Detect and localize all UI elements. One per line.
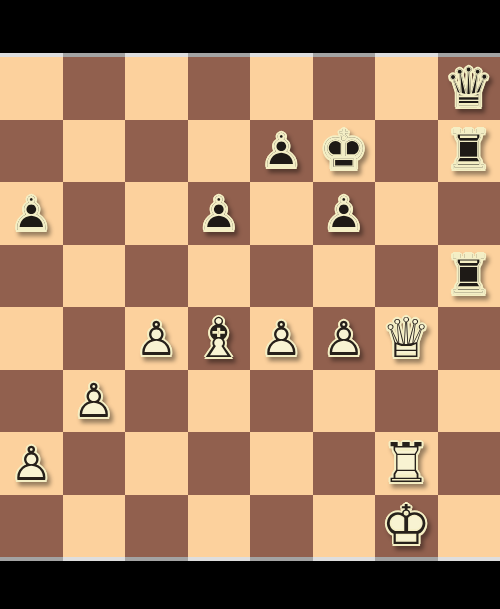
black-pawn-outline-glyph: ♙	[250, 120, 313, 183]
square-e1[interactable]	[250, 495, 313, 558]
white-king-outline-glyph: ♔	[375, 495, 438, 558]
square-g8[interactable]	[375, 57, 438, 120]
board-edge-segment	[63, 557, 126, 561]
square-f7[interactable]: ♚♔	[313, 120, 376, 183]
square-c3[interactable]	[125, 370, 188, 433]
square-a1[interactable]	[0, 495, 63, 558]
square-f6[interactable]: ♟♙	[313, 182, 376, 245]
square-g2[interactable]: ♜♖	[375, 432, 438, 495]
white-pawn-outline-glyph: ♙	[313, 307, 376, 370]
square-a4[interactable]	[0, 307, 63, 370]
square-h1[interactable]	[438, 495, 500, 558]
piece-black-pawn-f6[interactable]: ♟♙	[313, 182, 376, 245]
bottom-black-band	[0, 561, 500, 609]
square-h8[interactable]: ♛♕	[438, 57, 500, 120]
square-h3[interactable]	[438, 370, 500, 433]
square-h2[interactable]	[438, 432, 500, 495]
piece-white-queen-g4[interactable]: ♛♕	[375, 307, 438, 370]
white-rook-outline-glyph: ♖	[375, 432, 438, 495]
black-rook-outline-glyph: ♖	[438, 245, 500, 308]
square-c8[interactable]	[125, 57, 188, 120]
square-b7[interactable]	[63, 120, 126, 183]
square-b2[interactable]	[63, 432, 126, 495]
square-c7[interactable]	[125, 120, 188, 183]
square-b8[interactable]	[63, 57, 126, 120]
piece-white-pawn-b3[interactable]: ♟♙	[63, 370, 126, 433]
square-h4[interactable]	[438, 307, 500, 370]
square-b1[interactable]	[63, 495, 126, 558]
white-pawn-outline-glyph: ♙	[0, 432, 63, 495]
square-f5[interactable]	[313, 245, 376, 308]
square-g6[interactable]	[375, 182, 438, 245]
square-f2[interactable]	[313, 432, 376, 495]
square-e3[interactable]	[250, 370, 313, 433]
square-c1[interactable]	[125, 495, 188, 558]
square-f8[interactable]	[313, 57, 376, 120]
piece-white-rook-g2[interactable]: ♜♖	[375, 432, 438, 495]
piece-black-pawn-d6[interactable]: ♟♙	[188, 182, 251, 245]
chess-board: ♛♕♟♙♚♔♜♖♟♙♟♙♟♙♜♖♟♙♝♗♟♙♟♙♛♕♟♙♟♙♜♖♚♔	[0, 57, 500, 557]
top-black-band	[0, 0, 500, 53]
square-g7[interactable]	[375, 120, 438, 183]
square-g5[interactable]	[375, 245, 438, 308]
square-g4[interactable]: ♛♕	[375, 307, 438, 370]
square-f3[interactable]	[313, 370, 376, 433]
piece-black-king-f7[interactable]: ♚♔	[313, 120, 376, 183]
black-pawn-outline-glyph: ♙	[313, 182, 376, 245]
square-e4[interactable]: ♟♙	[250, 307, 313, 370]
square-a2[interactable]: ♟♙	[0, 432, 63, 495]
square-d5[interactable]	[188, 245, 251, 308]
square-b3[interactable]: ♟♙	[63, 370, 126, 433]
piece-white-pawn-e4[interactable]: ♟♙	[250, 307, 313, 370]
board-edge-segment	[375, 557, 438, 561]
square-b4[interactable]	[63, 307, 126, 370]
square-a6[interactable]: ♟♙	[0, 182, 63, 245]
white-pawn-outline-glyph: ♙	[250, 307, 313, 370]
square-c5[interactable]	[125, 245, 188, 308]
board-edge-segment	[313, 557, 376, 561]
square-d4[interactable]: ♝♗	[188, 307, 251, 370]
black-rook-outline-glyph: ♖	[438, 120, 500, 183]
square-c2[interactable]	[125, 432, 188, 495]
square-a7[interactable]	[0, 120, 63, 183]
square-d2[interactable]	[188, 432, 251, 495]
black-pawn-outline-glyph: ♙	[188, 182, 251, 245]
square-h7[interactable]: ♜♖	[438, 120, 500, 183]
board-edge-segment	[125, 557, 188, 561]
white-pawn-outline-glyph: ♙	[63, 370, 126, 433]
square-e5[interactable]	[250, 245, 313, 308]
square-d3[interactable]	[188, 370, 251, 433]
chess-app-window: ♛♕♟♙♚♔♜♖♟♙♟♙♟♙♜♖♟♙♝♗♟♙♟♙♛♕♟♙♟♙♜♖♚♔	[0, 0, 500, 609]
white-pawn-outline-glyph: ♙	[125, 307, 188, 370]
square-g3[interactable]	[375, 370, 438, 433]
square-a5[interactable]	[0, 245, 63, 308]
board-bottom-edge	[0, 557, 500, 561]
square-a3[interactable]	[0, 370, 63, 433]
black-king-outline-glyph: ♔	[313, 120, 376, 183]
square-c6[interactable]	[125, 182, 188, 245]
piece-black-queen-h8[interactable]: ♛♕	[438, 57, 500, 120]
piece-white-pawn-f4[interactable]: ♟♙	[313, 307, 376, 370]
piece-black-rook-h7[interactable]: ♜♖	[438, 120, 500, 183]
square-b6[interactable]	[63, 182, 126, 245]
square-h6[interactable]	[438, 182, 500, 245]
piece-white-king-g1[interactable]: ♚♔	[375, 495, 438, 558]
square-e8[interactable]	[250, 57, 313, 120]
piece-black-rook-h5[interactable]: ♜♖	[438, 245, 500, 308]
square-b5[interactable]	[63, 245, 126, 308]
square-c4[interactable]: ♟♙	[125, 307, 188, 370]
piece-white-bishop-d4[interactable]: ♝♗	[188, 307, 251, 370]
white-bishop-outline-glyph: ♗	[188, 307, 251, 370]
square-d8[interactable]	[188, 57, 251, 120]
piece-white-pawn-a2[interactable]: ♟♙	[0, 432, 63, 495]
board-edge-segment	[0, 557, 63, 561]
piece-white-pawn-c4[interactable]: ♟♙	[125, 307, 188, 370]
square-e2[interactable]	[250, 432, 313, 495]
black-pawn-outline-glyph: ♙	[0, 182, 63, 245]
board-edge-segment	[438, 557, 500, 561]
black-queen-outline-glyph: ♕	[438, 57, 500, 120]
square-d1[interactable]	[188, 495, 251, 558]
board-edge-segment	[250, 557, 313, 561]
square-f4[interactable]: ♟♙	[313, 307, 376, 370]
square-h5[interactable]: ♜♖	[438, 245, 500, 308]
white-queen-outline-glyph: ♕	[375, 307, 438, 370]
square-d7[interactable]	[188, 120, 251, 183]
square-g1[interactable]: ♚♔	[375, 495, 438, 558]
board-edge-segment	[188, 557, 251, 561]
square-e6[interactable]	[250, 182, 313, 245]
square-f1[interactable]	[313, 495, 376, 558]
square-a8[interactable]	[0, 57, 63, 120]
square-d6[interactable]: ♟♙	[188, 182, 251, 245]
piece-black-pawn-a6[interactable]: ♟♙	[0, 182, 63, 245]
square-e7[interactable]: ♟♙	[250, 120, 313, 183]
piece-black-pawn-e7[interactable]: ♟♙	[250, 120, 313, 183]
